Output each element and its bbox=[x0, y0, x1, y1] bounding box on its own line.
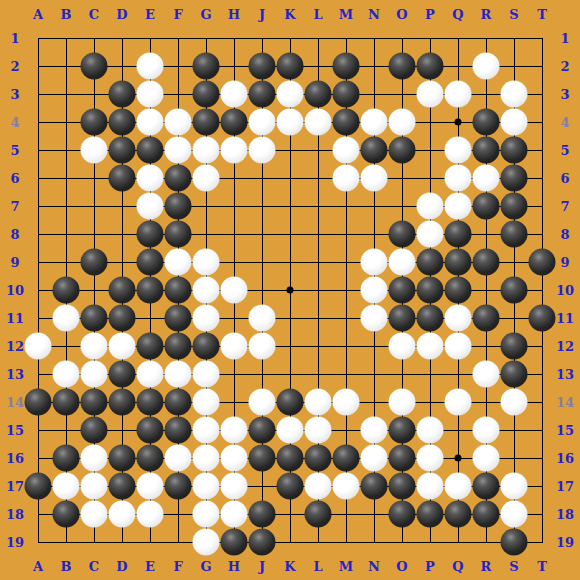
row-label-left: 4 bbox=[10, 116, 19, 129]
white-stone bbox=[137, 361, 164, 388]
white-stone bbox=[417, 81, 444, 108]
white-stone bbox=[53, 361, 80, 388]
white-stone bbox=[417, 473, 444, 500]
column-label-top: O bbox=[396, 8, 407, 21]
white-stone bbox=[165, 361, 192, 388]
white-stone bbox=[445, 305, 472, 332]
black-stone bbox=[473, 305, 500, 332]
column-label-top: J bbox=[259, 8, 265, 21]
row-label-left: 5 bbox=[10, 144, 19, 157]
star-point bbox=[287, 287, 294, 294]
black-stone bbox=[109, 137, 136, 164]
white-stone bbox=[277, 109, 304, 136]
white-stone bbox=[81, 445, 108, 472]
black-stone bbox=[137, 417, 164, 444]
black-stone bbox=[249, 445, 276, 472]
black-stone bbox=[417, 305, 444, 332]
white-stone bbox=[389, 389, 416, 416]
black-stone bbox=[501, 193, 528, 220]
black-stone bbox=[81, 417, 108, 444]
white-stone bbox=[165, 249, 192, 276]
white-stone bbox=[53, 305, 80, 332]
white-stone bbox=[305, 473, 332, 500]
white-stone bbox=[221, 333, 248, 360]
white-stone bbox=[193, 445, 220, 472]
black-stone bbox=[389, 417, 416, 444]
black-stone bbox=[417, 277, 444, 304]
white-stone bbox=[193, 417, 220, 444]
black-stone bbox=[473, 109, 500, 136]
black-stone bbox=[165, 165, 192, 192]
black-stone bbox=[501, 529, 528, 556]
black-stone bbox=[501, 333, 528, 360]
black-stone bbox=[109, 109, 136, 136]
white-stone bbox=[445, 193, 472, 220]
row-label-left: 7 bbox=[10, 200, 19, 213]
black-stone bbox=[333, 445, 360, 472]
black-stone bbox=[81, 249, 108, 276]
white-stone bbox=[221, 81, 248, 108]
star-point bbox=[455, 119, 462, 126]
black-stone bbox=[417, 53, 444, 80]
row-label-right: 12 bbox=[556, 340, 574, 353]
black-stone bbox=[389, 445, 416, 472]
white-stone bbox=[473, 361, 500, 388]
row-label-right: 16 bbox=[556, 452, 574, 465]
white-stone bbox=[445, 165, 472, 192]
column-label-bottom: D bbox=[116, 560, 127, 573]
black-stone bbox=[193, 109, 220, 136]
black-stone bbox=[165, 333, 192, 360]
black-stone bbox=[473, 249, 500, 276]
white-stone bbox=[501, 109, 528, 136]
white-stone bbox=[305, 417, 332, 444]
black-stone bbox=[389, 501, 416, 528]
row-label-left: 12 bbox=[6, 340, 24, 353]
white-stone bbox=[333, 165, 360, 192]
white-stone bbox=[109, 501, 136, 528]
black-stone bbox=[137, 277, 164, 304]
row-label-right: 15 bbox=[556, 424, 574, 437]
row-label-right: 2 bbox=[560, 60, 569, 73]
row-label-right: 5 bbox=[560, 144, 569, 157]
black-stone bbox=[529, 305, 556, 332]
black-stone bbox=[389, 277, 416, 304]
row-label-right: 19 bbox=[556, 536, 574, 549]
white-stone bbox=[361, 109, 388, 136]
black-stone bbox=[249, 81, 276, 108]
black-stone bbox=[137, 221, 164, 248]
column-label-bottom: J bbox=[259, 560, 265, 573]
white-stone bbox=[501, 81, 528, 108]
black-stone bbox=[193, 81, 220, 108]
row-label-right: 4 bbox=[560, 116, 569, 129]
white-stone bbox=[417, 417, 444, 444]
black-stone bbox=[137, 445, 164, 472]
white-stone bbox=[361, 305, 388, 332]
column-label-top: S bbox=[509, 8, 518, 21]
column-label-bottom: K bbox=[284, 560, 295, 573]
row-label-right: 14 bbox=[556, 396, 574, 409]
column-label-bottom: M bbox=[339, 560, 353, 573]
white-stone bbox=[193, 389, 220, 416]
black-stone bbox=[361, 473, 388, 500]
black-stone bbox=[25, 389, 52, 416]
black-stone bbox=[249, 53, 276, 80]
black-stone bbox=[109, 445, 136, 472]
white-stone bbox=[445, 333, 472, 360]
column-label-top: A bbox=[33, 8, 43, 21]
white-stone bbox=[81, 333, 108, 360]
white-stone bbox=[473, 53, 500, 80]
black-stone bbox=[137, 137, 164, 164]
black-stone bbox=[417, 501, 444, 528]
column-label-bottom: G bbox=[200, 560, 211, 573]
white-stone bbox=[193, 277, 220, 304]
white-stone bbox=[501, 389, 528, 416]
black-stone bbox=[165, 193, 192, 220]
column-label-bottom: O bbox=[396, 560, 407, 573]
black-stone bbox=[333, 109, 360, 136]
black-stone bbox=[137, 333, 164, 360]
black-stone bbox=[109, 277, 136, 304]
white-stone bbox=[389, 249, 416, 276]
row-label-right: 1 bbox=[560, 32, 569, 45]
grid-line bbox=[542, 38, 543, 543]
black-stone bbox=[389, 53, 416, 80]
column-label-bottom: F bbox=[173, 560, 182, 573]
white-stone bbox=[109, 333, 136, 360]
row-label-left: 3 bbox=[10, 88, 19, 101]
black-stone bbox=[53, 501, 80, 528]
black-stone bbox=[165, 389, 192, 416]
row-label-left: 16 bbox=[6, 452, 24, 465]
white-stone bbox=[137, 193, 164, 220]
white-stone bbox=[277, 81, 304, 108]
black-stone bbox=[501, 221, 528, 248]
white-stone bbox=[389, 333, 416, 360]
row-label-right: 11 bbox=[556, 312, 574, 325]
black-stone bbox=[277, 473, 304, 500]
row-label-right: 10 bbox=[556, 284, 574, 297]
black-stone bbox=[165, 305, 192, 332]
black-stone bbox=[473, 473, 500, 500]
row-label-left: 15 bbox=[6, 424, 24, 437]
column-label-bottom: C bbox=[89, 560, 99, 573]
star-point bbox=[455, 455, 462, 462]
white-stone bbox=[25, 333, 52, 360]
white-stone bbox=[473, 445, 500, 472]
white-stone bbox=[417, 193, 444, 220]
white-stone bbox=[249, 333, 276, 360]
black-stone bbox=[473, 193, 500, 220]
white-stone bbox=[53, 473, 80, 500]
black-stone bbox=[445, 221, 472, 248]
white-stone bbox=[361, 249, 388, 276]
row-label-right: 17 bbox=[556, 480, 574, 493]
column-label-top: N bbox=[368, 8, 380, 21]
column-label-top: L bbox=[313, 8, 322, 21]
black-stone bbox=[445, 277, 472, 304]
row-label-left: 19 bbox=[6, 536, 24, 549]
white-stone bbox=[81, 137, 108, 164]
column-label-bottom: N bbox=[368, 560, 380, 573]
black-stone bbox=[109, 473, 136, 500]
white-stone bbox=[137, 109, 164, 136]
white-stone bbox=[277, 417, 304, 444]
row-label-left: 1 bbox=[10, 32, 19, 45]
column-label-bottom: L bbox=[313, 560, 322, 573]
black-stone bbox=[277, 445, 304, 472]
column-label-top: C bbox=[89, 8, 99, 21]
white-stone bbox=[473, 165, 500, 192]
row-label-left: 8 bbox=[10, 228, 19, 241]
column-label-top: H bbox=[228, 8, 240, 21]
black-stone bbox=[445, 249, 472, 276]
white-stone bbox=[137, 473, 164, 500]
black-stone bbox=[25, 473, 52, 500]
column-label-bottom: S bbox=[509, 560, 518, 573]
column-label-top: F bbox=[173, 8, 182, 21]
row-label-right: 8 bbox=[560, 228, 569, 241]
white-stone bbox=[445, 473, 472, 500]
column-label-top: K bbox=[284, 8, 295, 21]
black-stone bbox=[389, 221, 416, 248]
black-stone bbox=[501, 137, 528, 164]
white-stone bbox=[193, 529, 220, 556]
black-stone bbox=[305, 501, 332, 528]
white-stone bbox=[193, 305, 220, 332]
black-stone bbox=[277, 389, 304, 416]
column-label-top: R bbox=[481, 8, 492, 21]
white-stone bbox=[417, 221, 444, 248]
black-stone bbox=[249, 529, 276, 556]
black-stone bbox=[137, 389, 164, 416]
black-stone bbox=[81, 389, 108, 416]
white-stone bbox=[165, 445, 192, 472]
black-stone bbox=[221, 529, 248, 556]
row-label-right: 13 bbox=[556, 368, 574, 381]
black-stone bbox=[529, 249, 556, 276]
white-stone bbox=[501, 473, 528, 500]
white-stone bbox=[333, 389, 360, 416]
white-stone bbox=[221, 473, 248, 500]
white-stone bbox=[221, 137, 248, 164]
white-stone bbox=[165, 137, 192, 164]
black-stone bbox=[165, 473, 192, 500]
white-stone bbox=[333, 137, 360, 164]
black-stone bbox=[81, 109, 108, 136]
white-stone bbox=[137, 81, 164, 108]
row-label-left: 17 bbox=[6, 480, 24, 493]
white-stone bbox=[81, 473, 108, 500]
white-stone bbox=[249, 109, 276, 136]
column-label-top: B bbox=[61, 8, 72, 21]
white-stone bbox=[221, 417, 248, 444]
row-label-right: 7 bbox=[560, 200, 569, 213]
row-label-right: 3 bbox=[560, 88, 569, 101]
row-label-left: 14 bbox=[6, 396, 24, 409]
black-stone bbox=[109, 361, 136, 388]
column-label-bottom: P bbox=[425, 560, 435, 573]
black-stone bbox=[305, 81, 332, 108]
column-label-bottom: B bbox=[61, 560, 72, 573]
black-stone bbox=[249, 501, 276, 528]
white-stone bbox=[193, 249, 220, 276]
black-stone bbox=[165, 417, 192, 444]
column-label-top: T bbox=[537, 8, 547, 21]
black-stone bbox=[389, 305, 416, 332]
white-stone bbox=[389, 109, 416, 136]
column-label-top: P bbox=[425, 8, 435, 21]
white-stone bbox=[193, 473, 220, 500]
white-stone bbox=[193, 165, 220, 192]
black-stone bbox=[165, 221, 192, 248]
column-label-bottom: R bbox=[481, 560, 492, 573]
black-stone bbox=[81, 305, 108, 332]
black-stone bbox=[277, 53, 304, 80]
white-stone bbox=[501, 501, 528, 528]
black-stone bbox=[333, 81, 360, 108]
white-stone bbox=[221, 277, 248, 304]
white-stone bbox=[361, 417, 388, 444]
column-label-bottom: A bbox=[33, 560, 43, 573]
row-label-left: 2 bbox=[10, 60, 19, 73]
row-label-left: 10 bbox=[6, 284, 24, 297]
white-stone bbox=[417, 333, 444, 360]
white-stone bbox=[361, 445, 388, 472]
row-label-left: 13 bbox=[6, 368, 24, 381]
column-label-bottom: Q bbox=[452, 560, 463, 573]
black-stone bbox=[165, 277, 192, 304]
black-stone bbox=[109, 165, 136, 192]
column-label-bottom: H bbox=[228, 560, 240, 573]
black-stone bbox=[389, 473, 416, 500]
column-label-bottom: E bbox=[145, 560, 155, 573]
black-stone bbox=[501, 165, 528, 192]
white-stone bbox=[305, 389, 332, 416]
black-stone bbox=[193, 333, 220, 360]
black-stone bbox=[249, 417, 276, 444]
column-label-top: M bbox=[339, 8, 353, 21]
white-stone bbox=[165, 109, 192, 136]
white-stone bbox=[249, 305, 276, 332]
row-label-left: 9 bbox=[10, 256, 19, 269]
row-label-left: 11 bbox=[6, 312, 24, 325]
black-stone bbox=[137, 249, 164, 276]
white-stone bbox=[333, 473, 360, 500]
go-board[interactable]: AABBCCDDEEFFGGHHJJKKLLMMNNOOPPQQRRSSTT11… bbox=[0, 0, 580, 580]
black-stone bbox=[389, 137, 416, 164]
white-stone bbox=[445, 137, 472, 164]
black-stone bbox=[109, 81, 136, 108]
white-stone bbox=[221, 445, 248, 472]
white-stone bbox=[193, 137, 220, 164]
white-stone bbox=[221, 501, 248, 528]
black-stone bbox=[53, 445, 80, 472]
black-stone bbox=[501, 277, 528, 304]
white-stone bbox=[445, 81, 472, 108]
white-stone bbox=[137, 165, 164, 192]
black-stone bbox=[53, 389, 80, 416]
black-stone bbox=[417, 249, 444, 276]
white-stone bbox=[249, 137, 276, 164]
white-stone bbox=[81, 501, 108, 528]
white-stone bbox=[249, 389, 276, 416]
row-label-left: 18 bbox=[6, 508, 24, 521]
column-label-top: Q bbox=[452, 8, 463, 21]
black-stone bbox=[81, 53, 108, 80]
white-stone bbox=[445, 389, 472, 416]
white-stone bbox=[137, 53, 164, 80]
black-stone bbox=[53, 277, 80, 304]
white-stone bbox=[417, 445, 444, 472]
white-stone bbox=[361, 277, 388, 304]
white-stone bbox=[193, 361, 220, 388]
white-stone bbox=[473, 417, 500, 444]
black-stone bbox=[501, 361, 528, 388]
column-label-top: D bbox=[116, 8, 127, 21]
column-label-top: G bbox=[200, 8, 211, 21]
white-stone bbox=[81, 361, 108, 388]
row-label-right: 18 bbox=[556, 508, 574, 521]
black-stone bbox=[305, 445, 332, 472]
black-stone bbox=[473, 137, 500, 164]
white-stone bbox=[305, 109, 332, 136]
black-stone bbox=[473, 501, 500, 528]
go-app-window: AABBCCDDEEFFGGHHJJKKLLMMNNOOPPQQRRSSTT11… bbox=[0, 0, 580, 580]
black-stone bbox=[109, 305, 136, 332]
row-label-left: 6 bbox=[10, 172, 19, 185]
black-stone bbox=[221, 109, 248, 136]
black-stone bbox=[361, 137, 388, 164]
white-stone bbox=[193, 501, 220, 528]
black-stone bbox=[193, 53, 220, 80]
row-label-right: 9 bbox=[560, 256, 569, 269]
row-label-right: 6 bbox=[560, 172, 569, 185]
column-label-bottom: T bbox=[537, 560, 547, 573]
black-stone bbox=[109, 389, 136, 416]
black-stone bbox=[333, 53, 360, 80]
white-stone bbox=[361, 165, 388, 192]
black-stone bbox=[445, 501, 472, 528]
column-label-top: E bbox=[145, 8, 155, 21]
grid-line bbox=[38, 542, 543, 543]
white-stone bbox=[137, 501, 164, 528]
